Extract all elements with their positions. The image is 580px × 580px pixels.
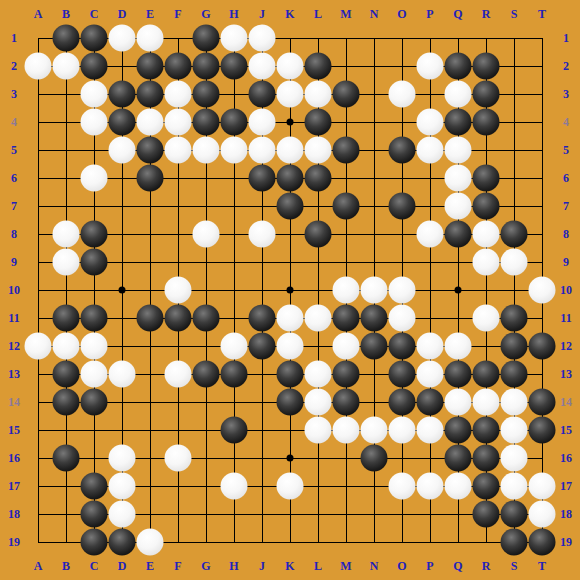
row-label-left-5: 5 xyxy=(11,144,17,156)
row-label-right-2: 2 xyxy=(563,60,569,72)
column-label-bottom-A: A xyxy=(34,560,43,572)
column-label-bottom-D: D xyxy=(118,560,127,572)
row-label-left-3: 3 xyxy=(11,88,17,100)
column-label-top-P: P xyxy=(426,8,433,20)
row-label-left-7: 7 xyxy=(11,200,17,212)
column-label-bottom-G: G xyxy=(201,560,210,572)
column-label-top-A: A xyxy=(34,8,43,20)
column-label-top-D: D xyxy=(118,8,127,20)
row-label-right-4: 4 xyxy=(563,116,569,128)
row-label-left-8: 8 xyxy=(11,228,17,240)
row-label-right-11: 11 xyxy=(560,312,571,324)
column-label-top-H: H xyxy=(229,8,238,20)
column-label-top-Q: Q xyxy=(453,8,462,20)
column-label-top-S: S xyxy=(511,8,518,20)
column-label-top-N: N xyxy=(370,8,379,20)
column-label-top-M: M xyxy=(340,8,351,20)
row-label-left-10: 10 xyxy=(8,284,20,296)
column-label-bottom-N: N xyxy=(370,560,379,572)
go-app-window: { "game": "go", "board": { "size": 19, "… xyxy=(0,0,580,580)
row-label-left-9: 9 xyxy=(11,256,17,268)
column-label-bottom-F: F xyxy=(174,560,181,572)
column-label-top-E: E xyxy=(146,8,154,20)
row-label-right-13: 13 xyxy=(560,368,572,380)
column-label-top-R: R xyxy=(482,8,491,20)
go-board: AABBCCDDEEFFGGHHJJKKLLMMNNOOPPQQRRSSTT11… xyxy=(0,0,580,580)
row-label-left-18: 18 xyxy=(8,508,20,520)
row-label-right-7: 7 xyxy=(563,200,569,212)
row-label-right-10: 10 xyxy=(560,284,572,296)
column-label-top-L: L xyxy=(314,8,322,20)
row-label-left-15: 15 xyxy=(8,424,20,436)
row-label-right-16: 16 xyxy=(560,452,572,464)
column-label-bottom-K: K xyxy=(285,560,294,572)
column-label-bottom-S: S xyxy=(511,560,518,572)
row-label-left-2: 2 xyxy=(11,60,17,72)
column-label-top-C: C xyxy=(90,8,99,20)
column-label-bottom-C: C xyxy=(90,560,99,572)
column-label-bottom-P: P xyxy=(426,560,433,572)
row-label-right-1: 1 xyxy=(563,32,569,44)
row-label-right-6: 6 xyxy=(563,172,569,184)
column-label-bottom-R: R xyxy=(482,560,491,572)
column-label-bottom-L: L xyxy=(314,560,322,572)
row-label-left-16: 16 xyxy=(8,452,20,464)
row-label-right-9: 9 xyxy=(563,256,569,268)
column-label-bottom-M: M xyxy=(340,560,351,572)
row-label-left-6: 6 xyxy=(11,172,17,184)
row-label-right-8: 8 xyxy=(563,228,569,240)
row-label-right-12: 12 xyxy=(560,340,572,352)
column-label-top-O: O xyxy=(397,8,406,20)
row-label-left-13: 13 xyxy=(8,368,20,380)
column-label-top-F: F xyxy=(174,8,181,20)
row-label-left-19: 19 xyxy=(8,536,20,548)
column-label-bottom-Q: Q xyxy=(453,560,462,572)
row-label-right-3: 3 xyxy=(563,88,569,100)
column-label-bottom-J: J xyxy=(259,560,265,572)
row-label-left-17: 17 xyxy=(8,480,20,492)
column-label-bottom-T: T xyxy=(538,560,546,572)
column-label-top-G: G xyxy=(201,8,210,20)
row-label-left-11: 11 xyxy=(8,312,19,324)
column-label-top-J: J xyxy=(259,8,265,20)
column-label-bottom-O: O xyxy=(397,560,406,572)
row-label-left-12: 12 xyxy=(8,340,20,352)
row-label-right-5: 5 xyxy=(563,144,569,156)
row-label-right-15: 15 xyxy=(560,424,572,436)
row-label-left-1: 1 xyxy=(11,32,17,44)
coordinate-labels-layer: AABBCCDDEEFFGGHHJJKKLLMMNNOOPPQQRRSSTT11… xyxy=(0,0,580,580)
row-label-right-18: 18 xyxy=(560,508,572,520)
row-label-left-14: 14 xyxy=(8,396,20,408)
column-label-top-K: K xyxy=(285,8,294,20)
column-label-top-B: B xyxy=(62,8,70,20)
row-label-left-4: 4 xyxy=(11,116,17,128)
column-label-top-T: T xyxy=(538,8,546,20)
column-label-bottom-H: H xyxy=(229,560,238,572)
column-label-bottom-E: E xyxy=(146,560,154,572)
row-label-right-17: 17 xyxy=(560,480,572,492)
row-label-right-19: 19 xyxy=(560,536,572,548)
column-label-bottom-B: B xyxy=(62,560,70,572)
row-label-right-14: 14 xyxy=(560,396,572,408)
